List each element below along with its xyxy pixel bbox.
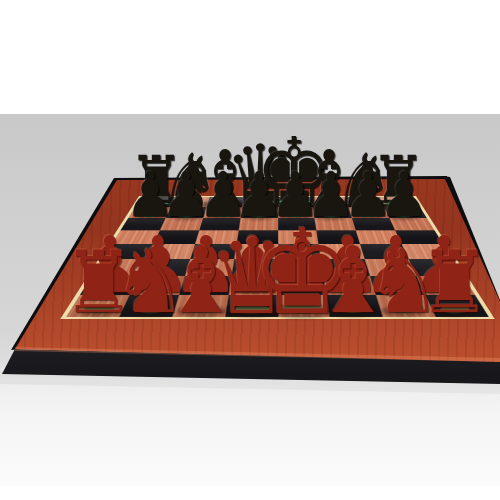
chess-set-photo: ♜♞♝♛♚♝♞♜♟♟♟♟♟♟♟♟♟♟♟♟♟♟♟♟♜♞♝♛♚♝♞♜ — [0, 0, 500, 500]
piece-red-rook-h1: ♜ — [418, 240, 491, 326]
pieces-layer: ♜♞♝♛♚♝♞♜♟♟♟♟♟♟♟♟♟♟♟♟♟♟♟♟♜♞♝♛♚♝♞♜ — [0, 0, 500, 500]
piece-black-pawn-h7: ♟ — [379, 164, 429, 226]
